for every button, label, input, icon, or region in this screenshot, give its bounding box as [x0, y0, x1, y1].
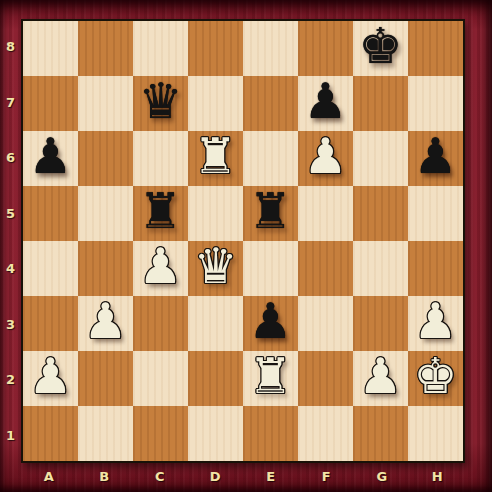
square-a5[interactable]: [23, 186, 78, 241]
piece-black-pawn[interactable]: ♟: [249, 297, 293, 346]
piece-black-rook[interactable]: ♜: [139, 187, 183, 236]
square-d7[interactable]: [188, 76, 243, 131]
square-c4[interactable]: ♟: [133, 241, 188, 296]
file-label-h: H: [410, 463, 466, 489]
square-b4[interactable]: [78, 241, 133, 296]
square-g8[interactable]: ♚: [353, 21, 408, 76]
square-b3[interactable]: ♟: [78, 296, 133, 351]
square-f5[interactable]: [298, 186, 353, 241]
rank-label-2: 2: [0, 352, 21, 408]
square-c1[interactable]: [133, 406, 188, 461]
rank-label-5: 5: [0, 186, 21, 242]
square-e5[interactable]: ♜: [243, 186, 298, 241]
piece-white-pawn[interactable]: ♟: [359, 352, 403, 401]
square-e2[interactable]: ♜: [243, 351, 298, 406]
square-e7[interactable]: [243, 76, 298, 131]
board-frame: 87654321 ♚♛♟♟♜♟♟♜♜♟♛♟♟♟♟♜♟♚ ABCDEFGH: [0, 0, 492, 492]
square-g3[interactable]: [353, 296, 408, 351]
square-h8[interactable]: [408, 21, 463, 76]
square-c8[interactable]: [133, 21, 188, 76]
square-g4[interactable]: [353, 241, 408, 296]
rank-label-3: 3: [0, 297, 21, 353]
file-label-f: F: [299, 463, 355, 489]
square-h3[interactable]: ♟: [408, 296, 463, 351]
square-d4[interactable]: ♛: [188, 241, 243, 296]
piece-black-rook[interactable]: ♜: [249, 187, 293, 236]
square-d2[interactable]: [188, 351, 243, 406]
square-g7[interactable]: [353, 76, 408, 131]
square-b8[interactable]: [78, 21, 133, 76]
square-f2[interactable]: [298, 351, 353, 406]
square-b1[interactable]: [78, 406, 133, 461]
square-c7[interactable]: ♛: [133, 76, 188, 131]
square-f3[interactable]: [298, 296, 353, 351]
square-d6[interactable]: ♜: [188, 131, 243, 186]
piece-white-king[interactable]: ♚: [414, 352, 458, 401]
piece-white-pawn[interactable]: ♟: [139, 242, 183, 291]
square-h2[interactable]: ♚: [408, 351, 463, 406]
square-e8[interactable]: [243, 21, 298, 76]
square-f7[interactable]: ♟: [298, 76, 353, 131]
square-d8[interactable]: [188, 21, 243, 76]
square-a8[interactable]: [23, 21, 78, 76]
rank-label-8: 8: [0, 19, 21, 75]
square-f8[interactable]: [298, 21, 353, 76]
square-g5[interactable]: [353, 186, 408, 241]
file-label-e: E: [243, 463, 299, 489]
square-f6[interactable]: ♟: [298, 131, 353, 186]
square-e1[interactable]: [243, 406, 298, 461]
piece-white-rook[interactable]: ♜: [194, 132, 238, 181]
piece-white-pawn[interactable]: ♟: [304, 132, 348, 181]
rank-label-6: 6: [0, 130, 21, 186]
file-labels: ABCDEFGH: [21, 463, 465, 489]
chess-board: ♚♛♟♟♜♟♟♜♜♟♛♟♟♟♟♜♟♚: [21, 19, 465, 463]
square-h4[interactable]: [408, 241, 463, 296]
square-a3[interactable]: [23, 296, 78, 351]
file-label-d: D: [188, 463, 244, 489]
square-h5[interactable]: [408, 186, 463, 241]
square-b2[interactable]: [78, 351, 133, 406]
square-a4[interactable]: [23, 241, 78, 296]
file-label-a: A: [21, 463, 77, 489]
square-b6[interactable]: [78, 131, 133, 186]
square-b5[interactable]: [78, 186, 133, 241]
square-f4[interactable]: [298, 241, 353, 296]
square-d3[interactable]: [188, 296, 243, 351]
square-c5[interactable]: ♜: [133, 186, 188, 241]
piece-white-pawn[interactable]: ♟: [84, 297, 128, 346]
file-label-b: B: [77, 463, 133, 489]
square-h6[interactable]: ♟: [408, 131, 463, 186]
square-e6[interactable]: [243, 131, 298, 186]
square-c2[interactable]: [133, 351, 188, 406]
piece-black-queen[interactable]: ♛: [139, 77, 183, 126]
square-f1[interactable]: [298, 406, 353, 461]
file-label-g: G: [354, 463, 410, 489]
file-label-c: C: [132, 463, 188, 489]
square-a6[interactable]: ♟: [23, 131, 78, 186]
square-h1[interactable]: [408, 406, 463, 461]
square-g2[interactable]: ♟: [353, 351, 408, 406]
piece-white-rook[interactable]: ♜: [249, 352, 293, 401]
square-e3[interactable]: ♟: [243, 296, 298, 351]
piece-white-pawn[interactable]: ♟: [414, 297, 458, 346]
square-a2[interactable]: ♟: [23, 351, 78, 406]
square-c3[interactable]: [133, 296, 188, 351]
rank-label-1: 1: [0, 408, 21, 464]
piece-black-pawn[interactable]: ♟: [414, 132, 458, 181]
piece-white-pawn[interactable]: ♟: [29, 352, 73, 401]
piece-black-pawn[interactable]: ♟: [304, 77, 348, 126]
square-a7[interactable]: [23, 76, 78, 131]
piece-white-queen[interactable]: ♛: [194, 242, 238, 291]
piece-black-king[interactable]: ♚: [359, 22, 403, 71]
square-d5[interactable]: [188, 186, 243, 241]
square-g1[interactable]: [353, 406, 408, 461]
piece-black-pawn[interactable]: ♟: [29, 132, 73, 181]
rank-labels: 87654321: [0, 19, 21, 463]
rank-label-4: 4: [0, 241, 21, 297]
square-g6[interactable]: [353, 131, 408, 186]
square-a1[interactable]: [23, 406, 78, 461]
square-b7[interactable]: [78, 76, 133, 131]
square-d1[interactable]: [188, 406, 243, 461]
square-e4[interactable]: [243, 241, 298, 296]
rank-label-7: 7: [0, 75, 21, 131]
square-c6[interactable]: [133, 131, 188, 186]
square-h7[interactable]: [408, 76, 463, 131]
